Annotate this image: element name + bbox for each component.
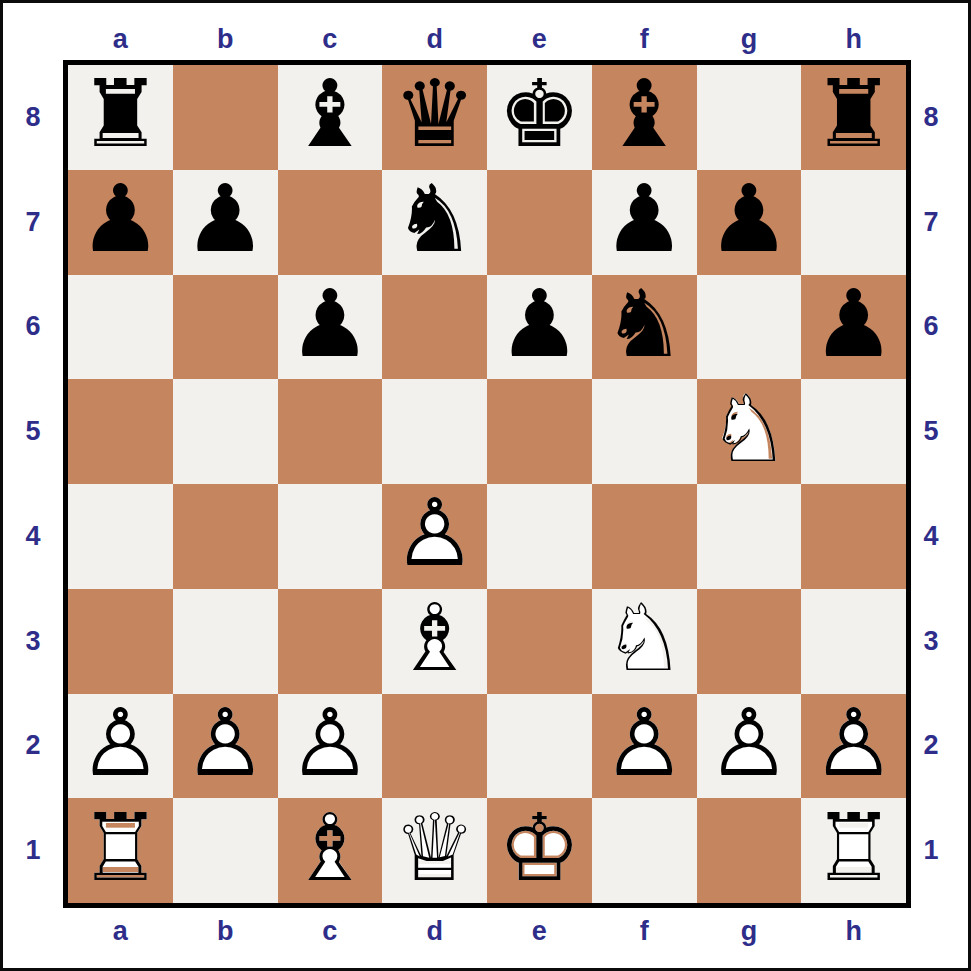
- white-queen-outline-glyph: ♕: [382, 801, 487, 894]
- white-bishop-outline-glyph: ♗: [278, 801, 383, 894]
- square-f7[interactable]: ♟: [592, 170, 697, 275]
- rank-label-left-4: 4: [15, 484, 51, 589]
- chess-diagram-page: { "game": "chess", "position": { "fen": …: [0, 0, 971, 971]
- file-label-top-g: g: [697, 20, 802, 58]
- black-pawn-glyph: ♟: [801, 278, 906, 371]
- file-label-top-h: h: [801, 20, 906, 58]
- square-a4[interactable]: [68, 484, 173, 589]
- square-d3[interactable]: ♝♗: [382, 589, 487, 694]
- black-bishop-piece[interactable]: ♝: [592, 65, 697, 170]
- file-label-bottom-c: c: [278, 912, 383, 950]
- square-d2[interactable]: [382, 694, 487, 799]
- rank-label-left-3: 3: [15, 589, 51, 694]
- square-e4[interactable]: [487, 484, 592, 589]
- square-a5[interactable]: [68, 379, 173, 484]
- black-knight-glyph: ♞: [592, 278, 697, 371]
- file-label-bottom-d: d: [382, 912, 487, 950]
- rank-label-left-5: 5: [15, 379, 51, 484]
- black-bishop-glyph: ♝: [592, 68, 697, 161]
- white-pawn-piece[interactable]: ♟♙: [382, 484, 487, 589]
- file-label-bottom-a: a: [68, 912, 173, 950]
- rank-label-left-8: 8: [15, 65, 51, 170]
- square-e1[interactable]: ♚♔: [487, 798, 592, 903]
- rank-label-right-5: 5: [913, 379, 949, 484]
- black-pawn-piece[interactable]: ♟: [487, 275, 592, 380]
- square-b8[interactable]: [173, 65, 278, 170]
- black-rook-glyph: ♜: [68, 68, 173, 161]
- white-queen-piece[interactable]: ♛♕: [382, 798, 487, 903]
- square-c2[interactable]: ♟♙: [278, 694, 383, 799]
- square-b7[interactable]: ♟: [173, 170, 278, 275]
- black-pawn-piece[interactable]: ♟: [278, 275, 383, 380]
- square-c7[interactable]: [278, 170, 383, 275]
- file-labels-bottom: abcdefgh: [68, 912, 906, 950]
- black-knight-piece[interactable]: ♞: [592, 275, 697, 380]
- square-e7[interactable]: [487, 170, 592, 275]
- black-pawn-glyph: ♟: [278, 278, 383, 371]
- black-pawn-glyph: ♟: [697, 173, 802, 266]
- file-label-bottom-f: f: [592, 912, 697, 950]
- rank-label-right-8: 8: [913, 65, 949, 170]
- square-e2[interactable]: [487, 694, 592, 799]
- rank-label-right-3: 3: [913, 589, 949, 694]
- white-pawn-outline-glyph: ♙: [592, 697, 697, 790]
- square-b4[interactable]: [173, 484, 278, 589]
- white-pawn-outline-glyph: ♙: [382, 487, 487, 580]
- square-c1[interactable]: ♝♗: [278, 798, 383, 903]
- square-g5[interactable]: ♞♘: [697, 379, 802, 484]
- square-g7[interactable]: ♟: [697, 170, 802, 275]
- file-label-top-a: a: [68, 20, 173, 58]
- white-knight-outline-glyph: ♘: [592, 592, 697, 685]
- rank-label-right-7: 7: [913, 170, 949, 275]
- white-pawn-outline-glyph: ♙: [278, 697, 383, 790]
- black-pawn-piece[interactable]: ♟: [592, 170, 697, 275]
- square-d1[interactable]: ♛♕: [382, 798, 487, 903]
- black-pawn-glyph: ♟: [173, 173, 278, 266]
- rank-label-right-2: 2: [913, 694, 949, 799]
- file-label-top-d: d: [382, 20, 487, 58]
- white-pawn-piece[interactable]: ♟♙: [173, 694, 278, 799]
- rank-label-right-1: 1: [913, 798, 949, 903]
- square-h5[interactable]: [801, 379, 906, 484]
- black-pawn-glyph: ♟: [592, 173, 697, 266]
- white-pawn-outline-glyph: ♙: [173, 697, 278, 790]
- square-d5[interactable]: [382, 379, 487, 484]
- square-d4[interactable]: ♟♙: [382, 484, 487, 589]
- black-rook-piece[interactable]: ♜: [801, 65, 906, 170]
- square-b5[interactable]: [173, 379, 278, 484]
- square-e3[interactable]: [487, 589, 592, 694]
- black-rook-glyph: ♜: [801, 68, 906, 161]
- white-rook-outline-glyph: ♖: [801, 801, 906, 894]
- square-f4[interactable]: [592, 484, 697, 589]
- white-pawn-piece[interactable]: ♟♙: [801, 694, 906, 799]
- square-a7[interactable]: ♟: [68, 170, 173, 275]
- white-bishop-piece[interactable]: ♝♗: [382, 589, 487, 694]
- rank-label-right-4: 4: [913, 484, 949, 589]
- file-label-bottom-h: h: [801, 912, 906, 950]
- rank-label-right-6: 6: [913, 275, 949, 380]
- square-h4[interactable]: [801, 484, 906, 589]
- square-h2[interactable]: ♟♙: [801, 694, 906, 799]
- square-d8[interactable]: ♛: [382, 65, 487, 170]
- square-g2[interactable]: ♟♙: [697, 694, 802, 799]
- white-king-outline-glyph: ♔: [487, 801, 592, 894]
- file-label-bottom-e: e: [487, 912, 592, 950]
- square-a8[interactable]: ♜: [68, 65, 173, 170]
- white-pawn-outline-glyph: ♙: [697, 697, 802, 790]
- square-e6[interactable]: ♟: [487, 275, 592, 380]
- chess-board: ♜♝♛♚♝♜♟♟♞♟♟♟♟♞♟♞♘♟♙♝♗♞♘♟♙♟♙♟♙♟♙♟♙♟♙♜♖♝♗♛…: [63, 60, 911, 908]
- square-b6[interactable]: [173, 275, 278, 380]
- rank-labels-left: 87654321: [15, 65, 51, 903]
- black-queen-glyph: ♛: [382, 68, 487, 161]
- rank-label-left-6: 6: [15, 275, 51, 380]
- white-knight-piece[interactable]: ♞♘: [592, 589, 697, 694]
- white-rook-outline-glyph: ♖: [68, 801, 173, 894]
- black-pawn-piece[interactable]: ♟: [68, 170, 173, 275]
- file-label-top-c: c: [278, 20, 383, 58]
- square-c6[interactable]: ♟: [278, 275, 383, 380]
- white-knight-piece[interactable]: ♞♘: [697, 379, 802, 484]
- square-a3[interactable]: [68, 589, 173, 694]
- white-pawn-piece[interactable]: ♟♙: [68, 694, 173, 799]
- black-rook-piece[interactable]: ♜: [68, 65, 173, 170]
- white-bishop-piece[interactable]: ♝♗: [278, 798, 383, 903]
- white-king-piece[interactable]: ♚♔: [487, 798, 592, 903]
- square-b2[interactable]: ♟♙: [173, 694, 278, 799]
- square-h8[interactable]: ♜: [801, 65, 906, 170]
- black-queen-piece[interactable]: ♛: [382, 65, 487, 170]
- rank-label-left-2: 2: [15, 694, 51, 799]
- rank-label-left-1: 1: [15, 798, 51, 903]
- black-pawn-piece[interactable]: ♟: [173, 170, 278, 275]
- square-f3[interactable]: ♞♘: [592, 589, 697, 694]
- file-label-top-f: f: [592, 20, 697, 58]
- rank-label-left-7: 7: [15, 170, 51, 275]
- square-g4[interactable]: [697, 484, 802, 589]
- black-king-piece[interactable]: ♚: [487, 65, 592, 170]
- square-f6[interactable]: ♞: [592, 275, 697, 380]
- file-labels-top: abcdefgh: [68, 20, 906, 58]
- black-pawn-piece[interactable]: ♟: [697, 170, 802, 275]
- square-f1[interactable]: [592, 798, 697, 903]
- black-bishop-glyph: ♝: [278, 68, 383, 161]
- square-f8[interactable]: ♝: [592, 65, 697, 170]
- white-rook-piece[interactable]: ♜♖: [68, 798, 173, 903]
- file-label-bottom-g: g: [697, 912, 802, 950]
- white-pawn-piece[interactable]: ♟♙: [697, 694, 802, 799]
- square-c3[interactable]: [278, 589, 383, 694]
- square-b3[interactable]: [173, 589, 278, 694]
- square-g6[interactable]: [697, 275, 802, 380]
- square-c5[interactable]: [278, 379, 383, 484]
- file-label-top-b: b: [173, 20, 278, 58]
- square-h7[interactable]: [801, 170, 906, 275]
- square-d7[interactable]: ♞: [382, 170, 487, 275]
- black-bishop-piece[interactable]: ♝: [278, 65, 383, 170]
- square-a6[interactable]: [68, 275, 173, 380]
- square-g8[interactable]: [697, 65, 802, 170]
- square-a2[interactable]: ♟♙: [68, 694, 173, 799]
- rank-labels-right: 87654321: [913, 65, 949, 903]
- square-e8[interactable]: ♚: [487, 65, 592, 170]
- white-pawn-piece[interactable]: ♟♙: [592, 694, 697, 799]
- white-bishop-outline-glyph: ♗: [382, 592, 487, 685]
- black-king-glyph: ♚: [487, 68, 592, 161]
- square-g1[interactable]: [697, 798, 802, 903]
- square-b1[interactable]: [173, 798, 278, 903]
- square-h1[interactable]: ♜♖: [801, 798, 906, 903]
- black-pawn-glyph: ♟: [487, 278, 592, 371]
- black-pawn-piece[interactable]: ♟: [801, 275, 906, 380]
- square-d6[interactable]: [382, 275, 487, 380]
- square-h3[interactable]: [801, 589, 906, 694]
- square-g3[interactable]: [697, 589, 802, 694]
- square-h6[interactable]: ♟: [801, 275, 906, 380]
- black-knight-glyph: ♞: [382, 173, 487, 266]
- white-pawn-piece[interactable]: ♟♙: [278, 694, 383, 799]
- square-f2[interactable]: ♟♙: [592, 694, 697, 799]
- square-a1[interactable]: ♜♖: [68, 798, 173, 903]
- square-c8[interactable]: ♝: [278, 65, 383, 170]
- file-label-top-e: e: [487, 20, 592, 58]
- square-f5[interactable]: [592, 379, 697, 484]
- square-e5[interactable]: [487, 379, 592, 484]
- black-pawn-glyph: ♟: [68, 173, 173, 266]
- white-pawn-outline-glyph: ♙: [801, 697, 906, 790]
- white-knight-outline-glyph: ♘: [697, 382, 802, 475]
- white-pawn-outline-glyph: ♙: [68, 697, 173, 790]
- white-rook-piece[interactable]: ♜♖: [801, 798, 906, 903]
- square-c4[interactable]: [278, 484, 383, 589]
- black-knight-piece[interactable]: ♞: [382, 170, 487, 275]
- file-label-bottom-b: b: [173, 912, 278, 950]
